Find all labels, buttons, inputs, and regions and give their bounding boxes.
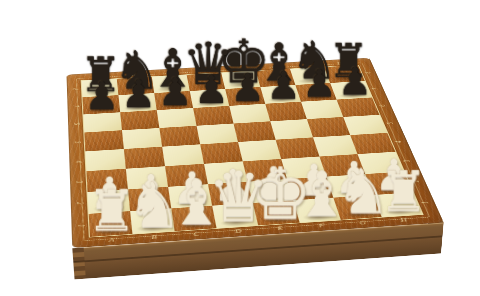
- piece-white-rook-a1[interactable]: ♜: [55, 183, 167, 239]
- perspective-scene: AABBCCDDEEFFGGHH8877665544332211 ♜♞♝♛♚♝♞…: [0, 0, 480, 296]
- square-f6[interactable]: [265, 102, 307, 122]
- square-d6[interactable]: [193, 106, 233, 126]
- square-c5[interactable]: [159, 126, 200, 147]
- rank-label-6: 6: [364, 102, 402, 110]
- chess-set-photo: AABBCCDDEEFFGGHH8877665544332211 ♜♞♝♛♚♝♞…: [0, 0, 480, 296]
- square-f5[interactable]: [270, 119, 313, 140]
- square-c6[interactable]: [157, 108, 197, 128]
- square-e6[interactable]: [229, 104, 270, 124]
- board-3d: AABBCCDDEEFFGGHH8877665544332211 ♜♞♝♛♚♝♞…: [66, 58, 443, 248]
- square-b6[interactable]: [120, 110, 159, 130]
- square-e5[interactable]: [234, 121, 276, 142]
- square-d5[interactable]: [197, 124, 238, 145]
- rank-label-4: 4: [379, 138, 419, 146]
- rank-label-5: 5: [371, 119, 410, 127]
- rank-label-4: 4: [58, 157, 97, 166]
- finger-joints: [72, 247, 85, 279]
- square-b5[interactable]: [122, 128, 162, 149]
- rank-label-5: 5: [58, 138, 96, 146]
